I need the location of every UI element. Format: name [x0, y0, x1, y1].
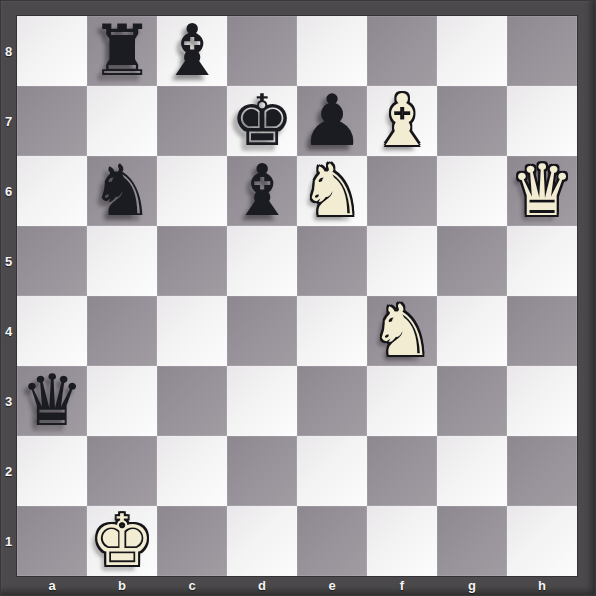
- square-h4[interactable]: [507, 296, 577, 366]
- square-e7[interactable]: ♟: [297, 86, 367, 156]
- square-c3[interactable]: [157, 366, 227, 436]
- black-pawn-e7[interactable]: ♟: [297, 86, 367, 156]
- black-bishop-d6[interactable]: ♝: [227, 156, 297, 226]
- square-e5[interactable]: [297, 226, 367, 296]
- file-label-a: a: [17, 577, 87, 594]
- black-king-d7[interactable]: ♚: [227, 86, 297, 156]
- square-h1[interactable]: [507, 506, 577, 576]
- square-d1[interactable]: [227, 506, 297, 576]
- square-g4[interactable]: [437, 296, 507, 366]
- square-f4[interactable]: ♞: [367, 296, 437, 366]
- square-c1[interactable]: [157, 506, 227, 576]
- square-a6[interactable]: [17, 156, 87, 226]
- square-d5[interactable]: [227, 226, 297, 296]
- white-knight-f4[interactable]: ♞: [367, 296, 437, 366]
- square-e2[interactable]: [297, 436, 367, 506]
- rank-labels: 87654321: [0, 16, 17, 576]
- square-f3[interactable]: [367, 366, 437, 436]
- file-labels: abcdefgh: [17, 577, 577, 594]
- white-queen-h6[interactable]: ♛: [507, 156, 577, 226]
- square-b1[interactable]: ♚: [87, 506, 157, 576]
- square-h8[interactable]: [507, 16, 577, 86]
- chess-board-frame: 87654321 ♜♝♚♟♝♞♝♞♛♞♛♚ abcdefgh: [0, 0, 596, 596]
- square-g2[interactable]: [437, 436, 507, 506]
- square-f8[interactable]: [367, 16, 437, 86]
- square-g3[interactable]: [437, 366, 507, 436]
- rank-label-5: 5: [0, 226, 17, 296]
- square-g6[interactable]: [437, 156, 507, 226]
- square-e1[interactable]: [297, 506, 367, 576]
- square-d7[interactable]: ♚: [227, 86, 297, 156]
- square-h3[interactable]: [507, 366, 577, 436]
- file-label-b: b: [87, 577, 157, 594]
- rank-label-6: 6: [0, 156, 17, 226]
- square-h6[interactable]: ♛: [507, 156, 577, 226]
- square-b5[interactable]: [87, 226, 157, 296]
- square-b3[interactable]: [87, 366, 157, 436]
- square-c7[interactable]: [157, 86, 227, 156]
- rank-label-3: 3: [0, 366, 17, 436]
- file-label-d: d: [227, 577, 297, 594]
- square-b4[interactable]: [87, 296, 157, 366]
- square-f2[interactable]: [367, 436, 437, 506]
- square-a3[interactable]: ♛: [17, 366, 87, 436]
- square-d3[interactable]: [227, 366, 297, 436]
- file-label-g: g: [437, 577, 507, 594]
- black-bishop-c8[interactable]: ♝: [157, 16, 227, 86]
- square-a5[interactable]: [17, 226, 87, 296]
- rank-label-4: 4: [0, 296, 17, 366]
- square-c5[interactable]: [157, 226, 227, 296]
- file-label-c: c: [157, 577, 227, 594]
- square-c8[interactable]: ♝: [157, 16, 227, 86]
- square-e3[interactable]: [297, 366, 367, 436]
- square-c4[interactable]: [157, 296, 227, 366]
- rank-label-2: 2: [0, 436, 17, 506]
- square-g1[interactable]: [437, 506, 507, 576]
- black-queen-a3[interactable]: ♛: [17, 366, 87, 436]
- square-g7[interactable]: [437, 86, 507, 156]
- white-king-b1[interactable]: ♚: [87, 506, 157, 576]
- square-b6[interactable]: ♞: [87, 156, 157, 226]
- square-f5[interactable]: [367, 226, 437, 296]
- square-f1[interactable]: [367, 506, 437, 576]
- square-a4[interactable]: [17, 296, 87, 366]
- black-knight-b6[interactable]: ♞: [87, 156, 157, 226]
- square-d2[interactable]: [227, 436, 297, 506]
- square-c2[interactable]: [157, 436, 227, 506]
- square-a8[interactable]: [17, 16, 87, 86]
- square-h7[interactable]: [507, 86, 577, 156]
- square-h5[interactable]: [507, 226, 577, 296]
- square-d4[interactable]: [227, 296, 297, 366]
- square-e4[interactable]: [297, 296, 367, 366]
- square-h2[interactable]: [507, 436, 577, 506]
- white-bishop-f7[interactable]: ♝: [367, 86, 437, 156]
- black-rook-b8[interactable]: ♜: [87, 16, 157, 86]
- square-d6[interactable]: ♝: [227, 156, 297, 226]
- square-g5[interactable]: [437, 226, 507, 296]
- file-label-h: h: [507, 577, 577, 594]
- square-a7[interactable]: [17, 86, 87, 156]
- square-f7[interactable]: ♝: [367, 86, 437, 156]
- rank-label-8: 8: [0, 16, 17, 86]
- square-b8[interactable]: ♜: [87, 16, 157, 86]
- square-d8[interactable]: [227, 16, 297, 86]
- square-g8[interactable]: [437, 16, 507, 86]
- square-a1[interactable]: [17, 506, 87, 576]
- square-b7[interactable]: [87, 86, 157, 156]
- square-b2[interactable]: [87, 436, 157, 506]
- square-e6[interactable]: ♞: [297, 156, 367, 226]
- file-label-e: e: [297, 577, 367, 594]
- file-label-f: f: [367, 577, 437, 594]
- square-e8[interactable]: [297, 16, 367, 86]
- square-c6[interactable]: [157, 156, 227, 226]
- square-f6[interactable]: [367, 156, 437, 226]
- square-a2[interactable]: [17, 436, 87, 506]
- chess-board[interactable]: ♜♝♚♟♝♞♝♞♛♞♛♚: [17, 16, 577, 576]
- rank-label-7: 7: [0, 86, 17, 156]
- white-knight-e6[interactable]: ♞: [297, 156, 367, 226]
- rank-label-1: 1: [0, 506, 17, 576]
